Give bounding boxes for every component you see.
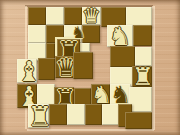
dark-knight-floating[interactable]: ♞ — [69, 25, 88, 41]
frame-shadow — [0, 0, 180, 135]
chess-puzzle-scene: ♛♞♜♝♛♜♝♜♞♞♜♞ — [0, 0, 180, 135]
